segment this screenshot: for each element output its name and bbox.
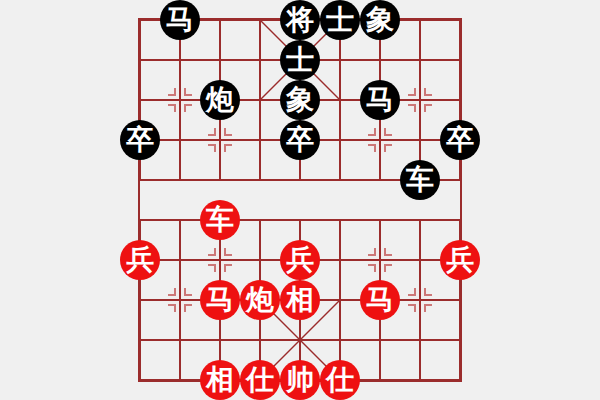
piece-red-horse[interactable]: 马 xyxy=(200,280,240,320)
piece-red-horse[interactable]: 马 xyxy=(360,280,400,320)
piece-black-elephant[interactable]: 象 xyxy=(360,0,400,40)
piece-red-general[interactable]: 帅 xyxy=(280,360,320,400)
xiangqi-app: 马将士象士炮象马卒卒卒车车兵兵兵马炮相马相仕帅仕 xyxy=(0,0,600,400)
piece-red-advisor[interactable]: 仕 xyxy=(320,360,360,400)
piece-black-cannon[interactable]: 炮 xyxy=(200,80,240,120)
piece-black-soldier[interactable]: 卒 xyxy=(120,120,160,160)
piece-black-general[interactable]: 将 xyxy=(280,0,320,40)
piece-black-horse[interactable]: 马 xyxy=(360,80,400,120)
piece-black-soldier[interactable]: 卒 xyxy=(440,120,480,160)
piece-red-cannon[interactable]: 炮 xyxy=(240,280,280,320)
piece-red-soldier[interactable]: 兵 xyxy=(280,240,320,280)
pieces-layer: 马将士象士炮象马卒卒卒车车兵兵兵马炮相马相仕帅仕 xyxy=(0,0,600,400)
piece-red-soldier[interactable]: 兵 xyxy=(120,240,160,280)
piece-red-chariot[interactable]: 车 xyxy=(200,200,240,240)
piece-black-advisor[interactable]: 士 xyxy=(320,0,360,40)
piece-red-elephant[interactable]: 相 xyxy=(200,360,240,400)
piece-red-elephant[interactable]: 相 xyxy=(280,280,320,320)
piece-black-chariot[interactable]: 车 xyxy=(400,160,440,200)
piece-black-advisor[interactable]: 士 xyxy=(280,40,320,80)
piece-black-elephant[interactable]: 象 xyxy=(280,80,320,120)
piece-red-advisor[interactable]: 仕 xyxy=(240,360,280,400)
piece-black-soldier[interactable]: 卒 xyxy=(280,120,320,160)
piece-black-horse[interactable]: 马 xyxy=(160,0,200,40)
piece-red-soldier[interactable]: 兵 xyxy=(440,240,480,280)
